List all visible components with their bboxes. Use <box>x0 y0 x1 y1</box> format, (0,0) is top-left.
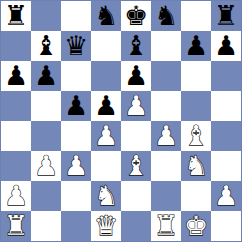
square-a8[interactable]: ♜ <box>1 1 31 31</box>
square-e2[interactable] <box>121 181 151 211</box>
square-c4[interactable] <box>61 121 91 151</box>
square-d7[interactable] <box>91 31 121 61</box>
white-queen-icon[interactable]: ♛ <box>94 212 118 239</box>
square-e6[interactable]: ♟ <box>121 61 151 91</box>
square-d6[interactable] <box>91 61 121 91</box>
white-knight-icon[interactable]: ♞ <box>184 152 208 179</box>
white-pawn-icon[interactable]: ♟ <box>124 92 148 119</box>
black-rook-icon[interactable]: ♜ <box>214 2 238 29</box>
black-bishop-icon[interactable]: ♝ <box>124 32 148 59</box>
black-pawn-icon[interactable]: ♟ <box>214 32 238 59</box>
square-b4[interactable] <box>31 121 61 151</box>
black-bishop-icon[interactable]: ♝ <box>34 32 58 59</box>
square-c1[interactable] <box>61 211 91 241</box>
square-a6[interactable]: ♟ <box>1 61 31 91</box>
square-d5[interactable]: ♟ <box>91 91 121 121</box>
black-knight-icon[interactable]: ♞ <box>94 2 118 29</box>
black-pawn-icon[interactable]: ♟ <box>124 62 148 89</box>
square-d8[interactable]: ♞ <box>91 1 121 31</box>
black-rook-icon[interactable]: ♜ <box>4 2 28 29</box>
square-d2[interactable]: ♞ <box>91 181 121 211</box>
square-c6[interactable] <box>61 61 91 91</box>
square-d1[interactable]: ♛ <box>91 211 121 241</box>
black-pawn-icon[interactable]: ♟ <box>34 62 58 89</box>
square-d3[interactable] <box>91 151 121 181</box>
white-pawn-icon[interactable]: ♟ <box>154 122 178 149</box>
square-g5[interactable] <box>181 91 211 121</box>
square-b7[interactable]: ♝ <box>31 31 61 61</box>
square-e3[interactable]: ♝ <box>121 151 151 181</box>
square-b8[interactable] <box>31 1 61 31</box>
square-f5[interactable] <box>151 91 181 121</box>
square-a1[interactable]: ♜ <box>1 211 31 241</box>
square-a5[interactable] <box>1 91 31 121</box>
square-h1[interactable] <box>211 211 241 241</box>
square-d4[interactable]: ♟ <box>91 121 121 151</box>
square-f1[interactable]: ♜ <box>151 211 181 241</box>
square-f2[interactable] <box>151 181 181 211</box>
square-f3[interactable] <box>151 151 181 181</box>
square-h4[interactable] <box>211 121 241 151</box>
square-g1[interactable]: ♚ <box>181 211 211 241</box>
white-pawn-icon[interactable]: ♟ <box>4 182 28 209</box>
black-pawn-icon[interactable]: ♟ <box>94 92 118 119</box>
square-e1[interactable] <box>121 211 151 241</box>
square-h2[interactable]: ♟ <box>211 181 241 211</box>
square-g2[interactable] <box>181 181 211 211</box>
white-rook-icon[interactable]: ♜ <box>4 212 28 239</box>
square-f8[interactable]: ♞ <box>151 1 181 31</box>
square-g3[interactable]: ♞ <box>181 151 211 181</box>
square-e4[interactable] <box>121 121 151 151</box>
square-c5[interactable]: ♟ <box>61 91 91 121</box>
square-c8[interactable] <box>61 1 91 31</box>
white-pawn-icon[interactable]: ♟ <box>34 152 58 179</box>
square-h7[interactable]: ♟ <box>211 31 241 61</box>
black-knight-icon[interactable]: ♞ <box>154 2 178 29</box>
square-c3[interactable]: ♟ <box>61 151 91 181</box>
black-queen-icon[interactable]: ♛ <box>64 32 88 59</box>
square-a7[interactable] <box>1 31 31 61</box>
square-a4[interactable] <box>1 121 31 151</box>
square-f6[interactable] <box>151 61 181 91</box>
square-c7[interactable]: ♛ <box>61 31 91 61</box>
square-g6[interactable] <box>181 61 211 91</box>
white-pawn-icon[interactable]: ♟ <box>94 122 118 149</box>
black-pawn-icon[interactable]: ♟ <box>64 92 88 119</box>
black-king-icon[interactable]: ♚ <box>124 2 148 29</box>
square-h6[interactable] <box>211 61 241 91</box>
square-b2[interactable] <box>31 181 61 211</box>
white-pawn-icon[interactable]: ♟ <box>64 152 88 179</box>
square-h3[interactable] <box>211 151 241 181</box>
black-pawn-icon[interactable]: ♟ <box>4 62 28 89</box>
white-rook-icon[interactable]: ♜ <box>154 212 178 239</box>
white-knight-icon[interactable]: ♞ <box>94 182 118 209</box>
square-g7[interactable]: ♟ <box>181 31 211 61</box>
square-b1[interactable] <box>31 211 61 241</box>
square-g8[interactable] <box>181 1 211 31</box>
black-pawn-icon[interactable]: ♟ <box>184 32 208 59</box>
white-bishop-icon[interactable]: ♝ <box>184 122 208 149</box>
square-a3[interactable] <box>1 151 31 181</box>
square-f4[interactable]: ♟ <box>151 121 181 151</box>
square-e7[interactable]: ♝ <box>121 31 151 61</box>
square-e8[interactable]: ♚ <box>121 1 151 31</box>
square-b6[interactable]: ♟ <box>31 61 61 91</box>
chess-board: ♜♞♚♞♜♝♛♝♟♟♟♟♟♟♟♟♟♟♝♟♟♝♞♟♞♟♜♛♜♚ <box>0 0 242 242</box>
square-b5[interactable] <box>31 91 61 121</box>
square-h8[interactable]: ♜ <box>211 1 241 31</box>
square-h5[interactable] <box>211 91 241 121</box>
square-g4[interactable]: ♝ <box>181 121 211 151</box>
white-king-icon[interactable]: ♚ <box>184 212 208 239</box>
square-b3[interactable]: ♟ <box>31 151 61 181</box>
square-f7[interactable] <box>151 31 181 61</box>
square-c2[interactable] <box>61 181 91 211</box>
white-bishop-icon[interactable]: ♝ <box>124 152 148 179</box>
white-pawn-icon[interactable]: ♟ <box>214 182 238 209</box>
square-e5[interactable]: ♟ <box>121 91 151 121</box>
square-a2[interactable]: ♟ <box>1 181 31 211</box>
